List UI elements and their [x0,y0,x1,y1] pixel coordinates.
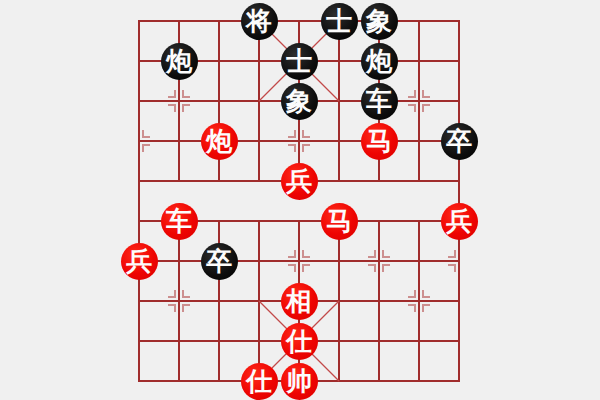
piece-red-soldier[interactable]: 兵 [281,163,318,200]
piece-red-advisor[interactable]: 仕 [281,323,318,360]
xiangqi-board: 将士象炮士炮象车炮马卒兵车马兵兵卒相仕仕帅 [0,0,600,400]
piece-red-elephant[interactable]: 相 [281,283,318,320]
piece-red-horse[interactable]: 马 [361,123,398,160]
piece-black-soldier[interactable]: 卒 [441,123,478,160]
piece-black-cannon[interactable]: 炮 [161,43,198,80]
piece-layer: 将士象炮士炮象车炮马卒兵车马兵兵卒相仕仕帅 [119,1,479,400]
piece-black-soldier[interactable]: 卒 [201,243,238,280]
piece-red-advisor[interactable]: 仕 [241,363,278,400]
piece-black-elephant[interactable]: 象 [361,3,398,40]
piece-red-horse[interactable]: 马 [321,203,358,240]
piece-red-soldier[interactable]: 兵 [121,243,158,280]
piece-black-cannon[interactable]: 炮 [361,43,398,80]
piece-black-elephant[interactable]: 象 [281,83,318,120]
piece-red-chariot[interactable]: 车 [161,203,198,240]
piece-red-cannon[interactable]: 炮 [201,123,238,160]
piece-black-chariot[interactable]: 车 [361,83,398,120]
piece-black-general[interactable]: 将 [241,3,278,40]
piece-red-soldier[interactable]: 兵 [441,203,478,240]
piece-red-general[interactable]: 帅 [281,363,318,400]
piece-black-advisor[interactable]: 士 [321,3,358,40]
piece-black-advisor[interactable]: 士 [281,43,318,80]
